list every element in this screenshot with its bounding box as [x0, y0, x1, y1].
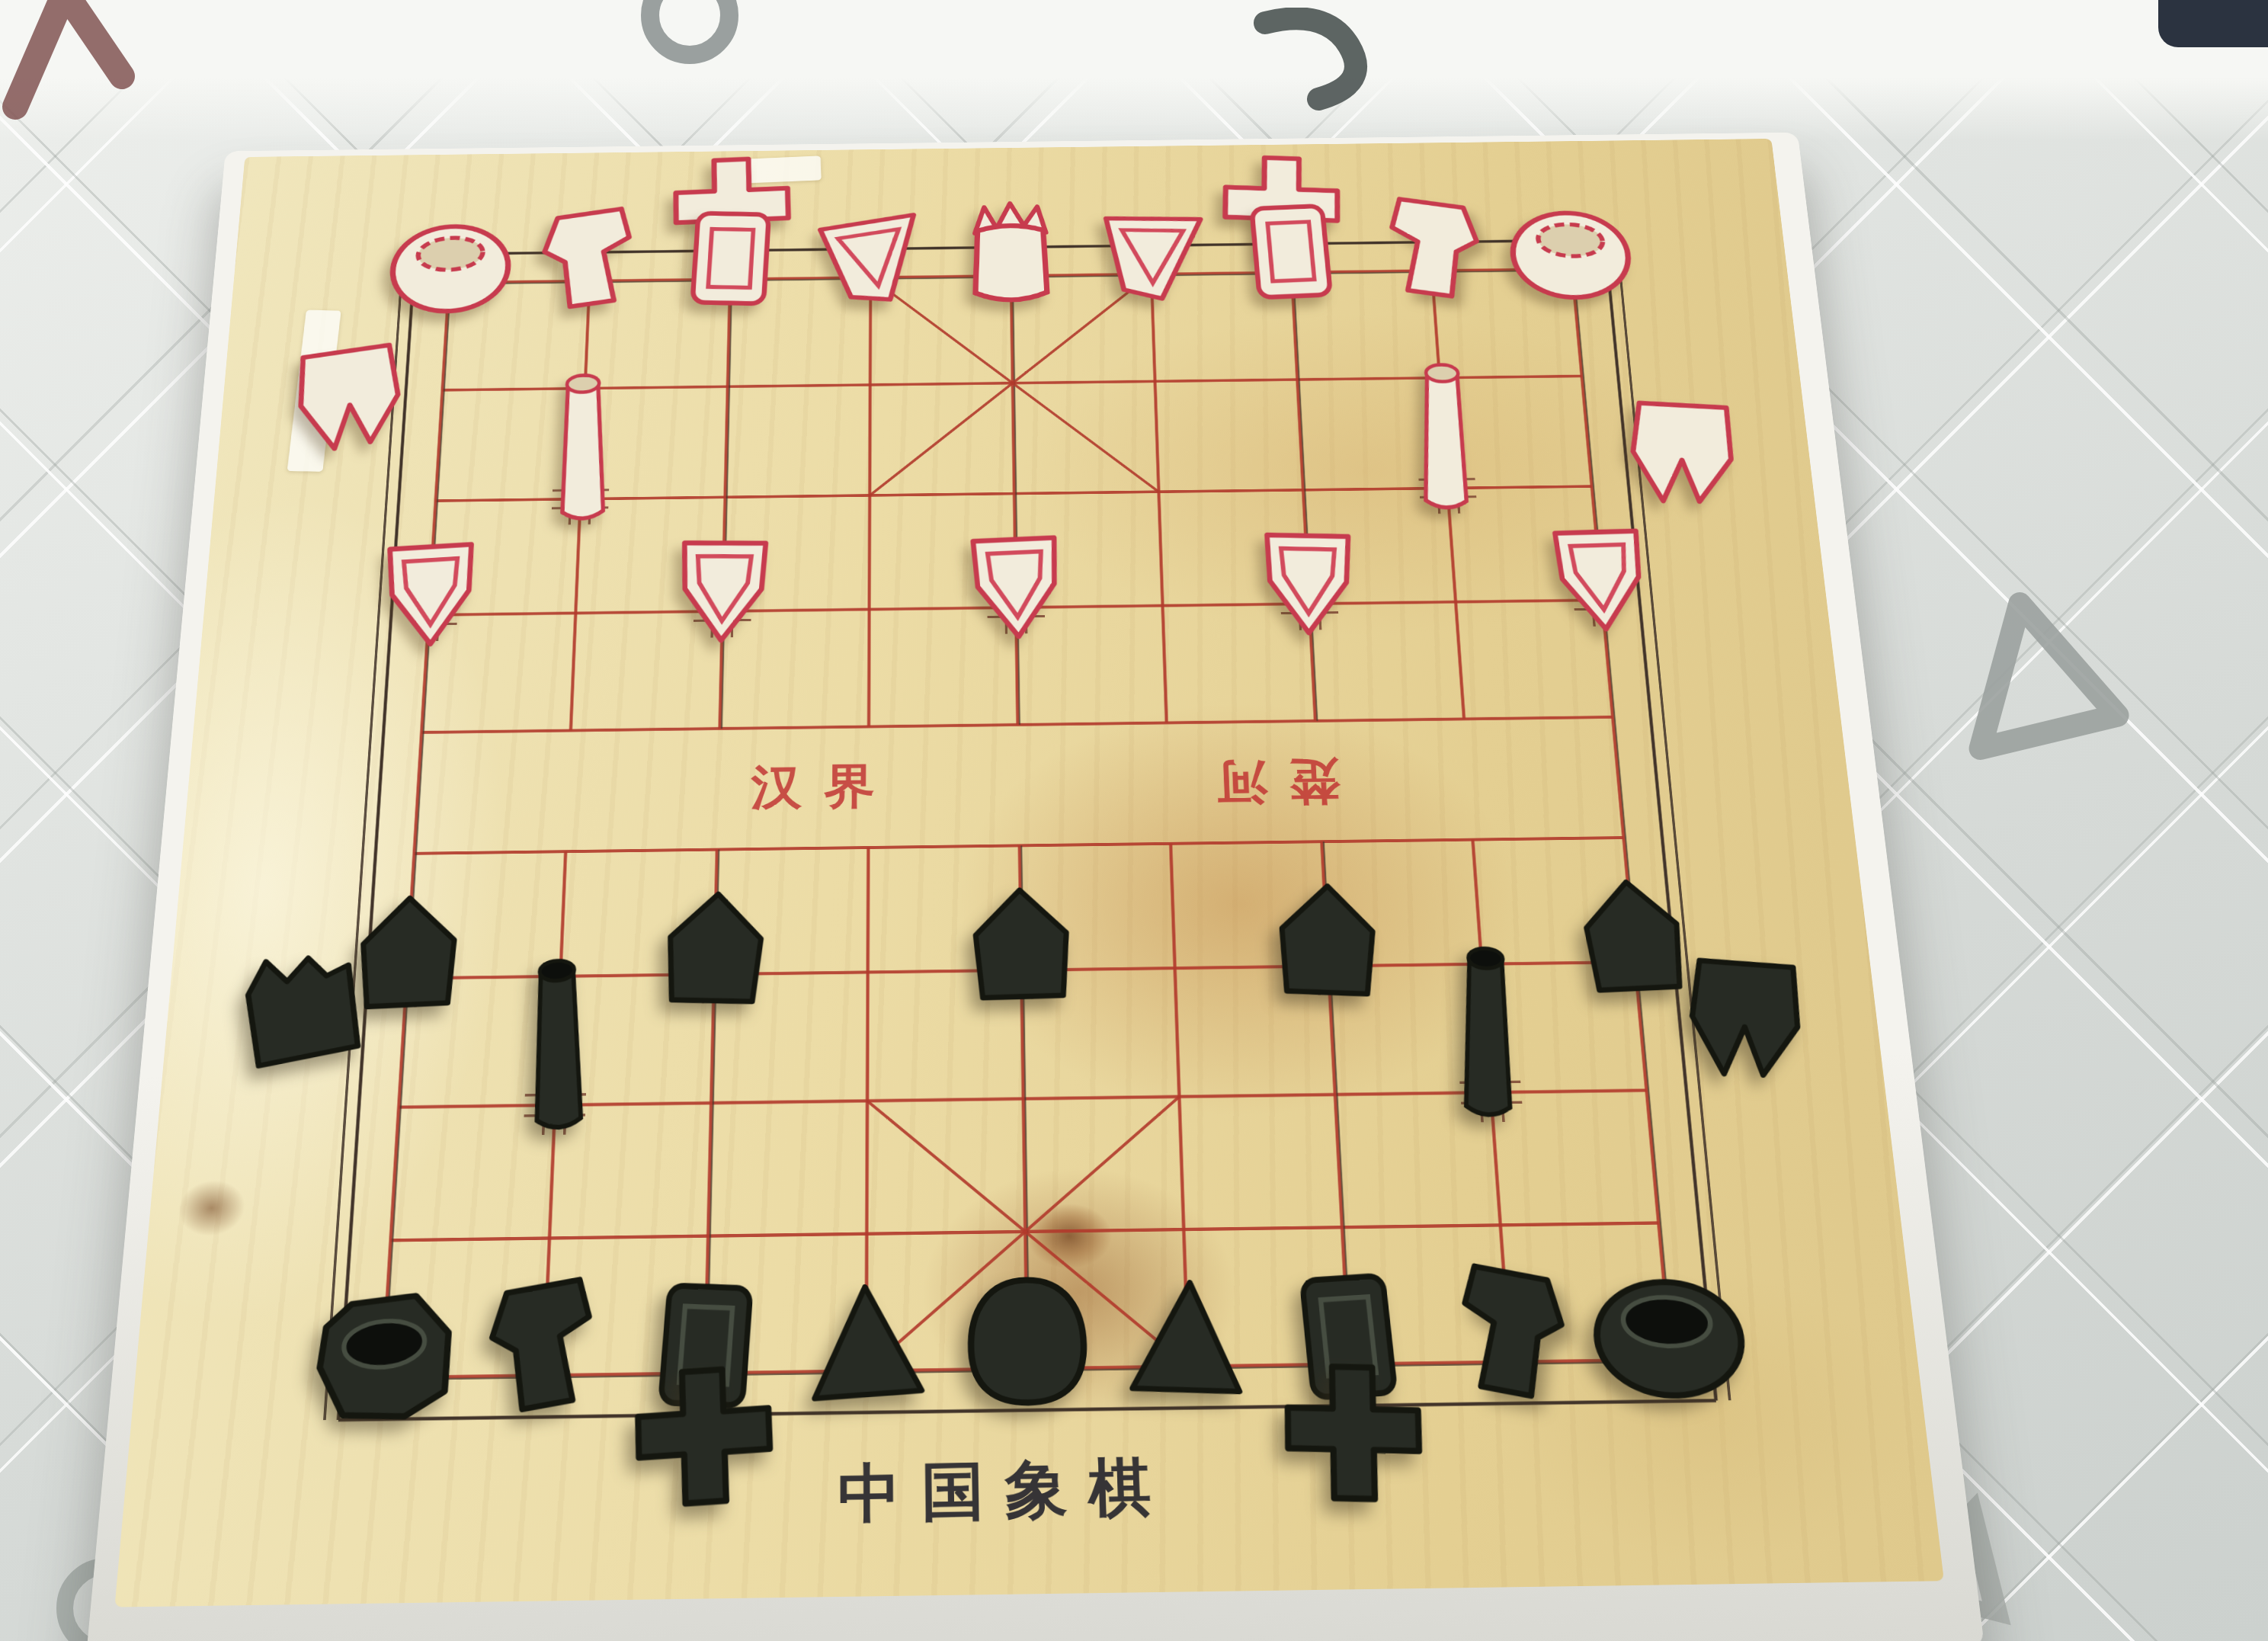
piece-black-rook[interactable]	[303, 1268, 466, 1434]
piece-cream-cannon[interactable]	[1392, 354, 1498, 519]
piece-black-soldier[interactable]	[643, 883, 784, 1015]
piece-black-spare[interactable]	[1674, 943, 1815, 1091]
piece-black-spare[interactable]	[624, 1354, 784, 1521]
piece-cream-general[interactable]	[942, 192, 1081, 312]
piece-black-soldier[interactable]	[953, 878, 1091, 1012]
quilt-motif-right-triangle	[1936, 579, 2134, 770]
piece-black-rook[interactable]	[1583, 1253, 1757, 1412]
piece-black-advisor[interactable]	[1114, 1268, 1259, 1412]
piece-black-spare[interactable]	[1274, 1354, 1433, 1514]
piece-cream-soldier[interactable]	[1530, 514, 1671, 639]
pieces-layer	[114, 139, 1944, 1607]
piece-cream-soldier[interactable]	[1244, 518, 1373, 642]
piece-cream-horse[interactable]	[1366, 191, 1496, 306]
piece-black-spare[interactable]	[226, 931, 376, 1079]
piece-black-horse[interactable]	[471, 1269, 620, 1425]
board-wood-surface: 汉界 楚河 中国象棋	[114, 139, 1944, 1607]
piece-black-horse[interactable]	[1433, 1255, 1582, 1412]
xiangqi-board[interactable]: 汉界 楚河 中国象棋	[114, 139, 1944, 1607]
piece-cream-elephant[interactable]	[1225, 192, 1357, 308]
navy-fabric-patch	[2158, 0, 2268, 47]
piece-cream-soldier[interactable]	[366, 527, 495, 655]
piece-cream-cannon[interactable]	[531, 364, 633, 531]
piece-black-advisor[interactable]	[795, 1273, 939, 1416]
piece-cream-rook[interactable]	[1500, 189, 1641, 309]
piece-black-cannon[interactable]	[502, 947, 613, 1143]
piece-cream-elephant[interactable]	[665, 200, 794, 314]
piece-cream-advisor[interactable]	[801, 197, 940, 316]
piece-cream-rook[interactable]	[380, 201, 521, 323]
piece-cream-advisor[interactable]	[1083, 196, 1218, 309]
piece-cream-spare[interactable]	[1616, 387, 1747, 514]
piece-cream-horse[interactable]	[526, 200, 655, 317]
bed-sheet-band	[0, 0, 2268, 141]
piece-black-general[interactable]	[947, 1261, 1110, 1416]
piece-cream-spare[interactable]	[282, 331, 417, 460]
piece-cream-soldier[interactable]	[656, 527, 789, 649]
photo-scene: 汉界 楚河 中国象棋	[0, 0, 2268, 1641]
piece-black-soldier[interactable]	[1260, 873, 1395, 1008]
piece-black-cannon[interactable]	[1431, 936, 1543, 1130]
piece-cream-soldier[interactable]	[949, 520, 1083, 647]
